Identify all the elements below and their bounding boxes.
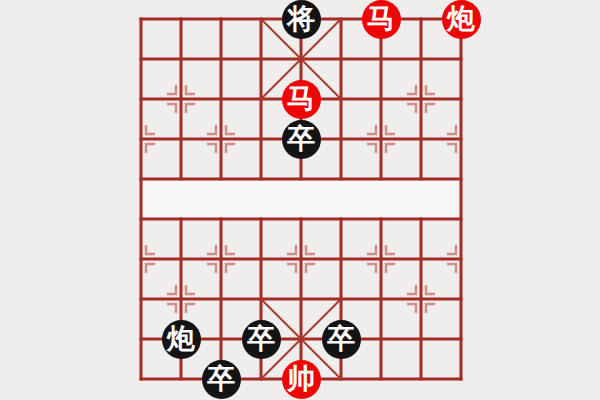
board-point[interactable] [361,239,401,279]
board-point[interactable] [321,279,361,319]
board-point[interactable] [441,39,481,79]
board-point[interactable] [241,199,281,239]
board-point[interactable] [401,239,441,279]
board-point[interactable] [121,199,161,239]
board-point[interactable] [361,199,401,239]
board-point[interactable] [161,119,201,159]
board-point[interactable] [121,239,161,279]
piece-red-horse-1[interactable]: 马 [362,0,401,39]
board-point[interactable] [121,0,161,39]
board-point[interactable] [441,79,481,119]
board-point[interactable] [321,359,361,399]
board-point[interactable] [361,159,401,199]
board-point[interactable] [281,319,321,359]
board-point[interactable] [241,119,281,159]
board-point[interactable] [281,199,321,239]
board-point[interactable] [241,359,281,399]
board-point[interactable] [321,159,361,199]
board-point[interactable] [361,359,401,399]
board-point[interactable] [441,119,481,159]
board-point[interactable] [121,159,161,199]
board-point[interactable]: 炮 [161,319,201,359]
board-point[interactable] [161,239,201,279]
board-point[interactable] [361,319,401,359]
piece-black-soldier-4[interactable]: 卒 [202,360,241,399]
board-point[interactable] [201,199,241,239]
board-point[interactable] [441,359,481,399]
board-point[interactable] [121,279,161,319]
board-point[interactable] [121,79,161,119]
board-point[interactable] [201,159,241,199]
board-point[interactable] [401,119,441,159]
board-point[interactable] [241,239,281,279]
board-point[interactable] [441,319,481,359]
board-point[interactable] [401,39,441,79]
piece-black-cannon[interactable]: 炮 [162,320,201,359]
board-point[interactable]: 卒 [281,119,321,159]
board-point[interactable] [281,39,321,79]
board-point[interactable] [361,279,401,319]
board-point[interactable] [361,39,401,79]
board-point[interactable] [321,239,361,279]
board-point[interactable] [321,0,361,39]
board-point[interactable] [361,119,401,159]
board-point[interactable] [161,0,201,39]
piece-black-soldier-3[interactable]: 卒 [322,320,361,359]
board-point[interactable] [161,159,201,199]
board-point[interactable] [161,79,201,119]
piece-black-general[interactable]: 将 [282,0,321,39]
board-point[interactable] [401,359,441,399]
board-point[interactable] [161,39,201,79]
board-point[interactable] [161,199,201,239]
board-point[interactable] [401,199,441,239]
board-point[interactable] [281,279,321,319]
board-point[interactable] [321,199,361,239]
board-point[interactable] [241,0,281,39]
board-point[interactable] [401,0,441,39]
board-point[interactable] [241,279,281,319]
board-point[interactable] [401,319,441,359]
board-point[interactable] [281,239,321,279]
board-point[interactable]: 将 [281,0,321,39]
piece-red-cannon[interactable]: 炮 [442,0,481,39]
board-point[interactable] [401,159,441,199]
board-point[interactable] [241,159,281,199]
board-point[interactable] [201,319,241,359]
board-point[interactable]: 卒 [321,319,361,359]
board-point[interactable] [201,79,241,119]
piece-black-soldier-1[interactable]: 卒 [282,120,321,159]
board-point[interactable]: 卒 [201,359,241,399]
board-point[interactable] [201,119,241,159]
board-point[interactable]: 卒 [241,319,281,359]
board-point[interactable]: 马 [281,79,321,119]
board-point[interactable] [161,279,201,319]
board-point[interactable] [441,279,481,319]
board-point[interactable] [121,359,161,399]
piece-black-soldier-2[interactable]: 卒 [242,320,281,359]
board-point[interactable]: 马 [361,0,401,39]
board-point[interactable] [201,39,241,79]
piece-red-horse-2[interactable]: 马 [282,80,321,119]
board-points: 将马炮马卒炮卒卒卒帅 [121,0,481,399]
board-point[interactable] [201,279,241,319]
board-point[interactable] [241,39,281,79]
board-point[interactable] [441,199,481,239]
board-point[interactable] [401,79,441,119]
board-point[interactable] [201,0,241,39]
board-point[interactable] [321,119,361,159]
board-point[interactable]: 炮 [441,0,481,39]
board-point[interactable] [121,39,161,79]
board-point[interactable] [321,39,361,79]
board-point[interactable] [161,359,201,399]
board-point[interactable] [121,319,161,359]
board-point[interactable] [281,159,321,199]
xiangqi-board: 将马炮马卒炮卒卒卒帅 [0,0,600,400]
board-point[interactable] [441,159,481,199]
piece-red-general[interactable]: 帅 [282,360,321,399]
board-point[interactable] [241,79,281,119]
board-point[interactable] [201,239,241,279]
board-point[interactable] [361,79,401,119]
board-point[interactable] [321,79,361,119]
board-point[interactable] [401,279,441,319]
board-point[interactable] [441,239,481,279]
board-point[interactable]: 帅 [281,359,321,399]
board-point[interactable] [121,119,161,159]
